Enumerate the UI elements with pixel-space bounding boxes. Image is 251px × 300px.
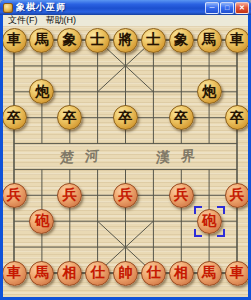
window-controls: ─ □ ✕ xyxy=(205,2,249,14)
red-horse-piece[interactable]: 馬 xyxy=(197,261,222,286)
black-elephant-piece[interactable]: 象 xyxy=(169,28,194,53)
app-icon xyxy=(3,3,13,13)
red-soldier-piece[interactable]: 兵 xyxy=(169,183,194,208)
red-chariot-piece[interactable]: 車 xyxy=(225,261,249,286)
red-soldier-piece[interactable]: 兵 xyxy=(225,183,249,208)
red-advisor-piece[interactable]: 仕 xyxy=(85,261,110,286)
black-soldier-piece[interactable]: 卒 xyxy=(225,105,249,130)
black-chariot-piece[interactable]: 車 xyxy=(225,28,249,53)
red-general-piece[interactable]: 帥 xyxy=(113,261,138,286)
titlebar[interactable]: 象棋小巫师 ─ □ ✕ xyxy=(0,0,251,15)
black-cannon-piece[interactable]: 炮 xyxy=(197,79,222,104)
red-chariot-piece[interactable]: 車 xyxy=(3,261,27,286)
black-general-piece[interactable]: 將 xyxy=(113,28,138,53)
red-advisor-piece[interactable]: 仕 xyxy=(141,261,166,286)
app-window: 象棋小巫师 ─ □ ✕ 文件(F) 帮助(H) 楚河 漢界 車馬象士將士象馬車炮… xyxy=(0,0,251,300)
window-title: 象棋小巫师 xyxy=(16,0,205,15)
red-elephant-piece[interactable]: 相 xyxy=(169,261,194,286)
black-soldier-piece[interactable]: 卒 xyxy=(169,105,194,130)
xiangqi-board[interactable]: 楚河 漢界 車馬象士將士象馬車炮炮卒卒卒卒卒兵兵兵兵兵砲砲車馬相仕帥仕相馬車 xyxy=(3,26,248,297)
red-horse-piece[interactable]: 馬 xyxy=(29,261,54,286)
red-soldier-piece[interactable]: 兵 xyxy=(57,183,82,208)
black-horse-piece[interactable]: 馬 xyxy=(197,28,222,53)
red-soldier-piece[interactable]: 兵 xyxy=(113,183,138,208)
red-soldier-piece[interactable]: 兵 xyxy=(3,183,27,208)
black-chariot-piece[interactable]: 車 xyxy=(3,28,27,53)
river-label-right: 漢界 xyxy=(156,147,207,168)
close-button[interactable]: ✕ xyxy=(235,2,249,14)
red-cannon-piece[interactable]: 砲 xyxy=(29,209,54,234)
red-elephant-piece[interactable]: 相 xyxy=(57,261,82,286)
black-advisor-piece[interactable]: 士 xyxy=(85,28,110,53)
board-grid-lines xyxy=(3,26,248,297)
river-label-left: 楚河 xyxy=(60,147,111,168)
menubar: 文件(F) 帮助(H) xyxy=(3,15,248,26)
black-soldier-piece[interactable]: 卒 xyxy=(3,105,27,130)
menu-help[interactable]: 帮助(H) xyxy=(44,15,83,26)
minimize-button[interactable]: ─ xyxy=(205,2,219,14)
maximize-button[interactable]: □ xyxy=(220,2,234,14)
menu-file[interactable]: 文件(F) xyxy=(6,15,44,26)
black-elephant-piece[interactable]: 象 xyxy=(57,28,82,53)
red-cannon-piece[interactable]: 砲 xyxy=(197,209,222,234)
black-advisor-piece[interactable]: 士 xyxy=(141,28,166,53)
black-horse-piece[interactable]: 馬 xyxy=(29,28,54,53)
